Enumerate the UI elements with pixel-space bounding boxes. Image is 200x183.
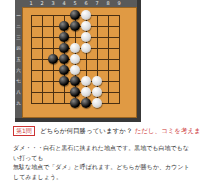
page: 123456789 一二三四五六七八九 第1問 どちらが何目勝っていますか？ た…: [0, 0, 200, 183]
column-label: 6: [81, 0, 92, 7]
black-stone: [59, 21, 69, 31]
explanation-line-2: 無駄な地点で「ダメ」と呼ばれます。どちらが勝ちか、カウントしてみましょう。: [13, 163, 190, 180]
white-stone: [70, 54, 80, 64]
black-stone: [70, 98, 80, 108]
white-stone: [70, 65, 80, 75]
white-stone: [70, 43, 80, 53]
column-label: 9: [114, 0, 125, 7]
white-stone: [81, 87, 91, 97]
black-stone: [48, 54, 58, 64]
row-coordinates: 一二三四五六七八九: [15, 0, 22, 118]
row-label: 二: [15, 21, 22, 32]
white-stone: [92, 87, 102, 97]
go-board: 123456789 一二三四五六七八九: [15, 0, 141, 122]
black-stone: [70, 10, 80, 20]
white-stone: [92, 98, 102, 108]
question-line: 第1問 どちらが何目勝っていますか？ ただし、コミを考えます。: [13, 126, 200, 136]
column-coordinates: 123456789: [15, 0, 137, 7]
black-stone: [70, 76, 80, 86]
column-label: 2: [37, 0, 48, 7]
black-stone: [59, 76, 69, 86]
row-label: 八: [15, 87, 22, 98]
board-wood: [22, 7, 137, 118]
column-label: 7: [92, 0, 103, 7]
row-label: 三: [15, 32, 22, 43]
column-label: 3: [48, 0, 59, 7]
black-stone: [59, 65, 69, 75]
row-label: 六: [15, 65, 22, 76]
black-stone: [81, 98, 91, 108]
problem-number-badge: 第1問: [13, 126, 35, 136]
column-label: 4: [59, 0, 70, 7]
white-stone: [81, 21, 91, 31]
row-label: 七: [15, 76, 22, 87]
explanation: ダメ・・・白石と黒石に挟まれた地点です。黒地でも白地でもない打っても 無駄な地点…: [13, 143, 195, 181]
question-text: どちらが何目勝っていますか？: [40, 127, 133, 135]
white-stone: [92, 76, 102, 86]
white-stone: [81, 43, 91, 53]
question-note: ただし、コミを考えます。: [135, 127, 200, 135]
black-stone: [59, 32, 69, 42]
row-label: 一: [15, 10, 22, 21]
row-label: 五: [15, 54, 22, 65]
black-stone: [59, 54, 69, 64]
row-label: 四: [15, 43, 22, 54]
column-label: 5: [70, 0, 81, 7]
white-stone: [81, 76, 91, 86]
black-stone: [59, 43, 69, 53]
column-label: 1: [26, 0, 37, 7]
column-label: 8: [103, 0, 114, 7]
black-stone: [70, 21, 80, 31]
row-label: 九: [15, 98, 22, 109]
white-stone: [81, 32, 91, 42]
white-stone: [81, 10, 91, 20]
black-stone: [70, 87, 80, 97]
board-grid[interactable]: [31, 15, 120, 104]
explanation-line-1: ダメ・・・白石と黒石に挟まれた地点です。黒地でも白地でもない打っても: [13, 144, 189, 161]
